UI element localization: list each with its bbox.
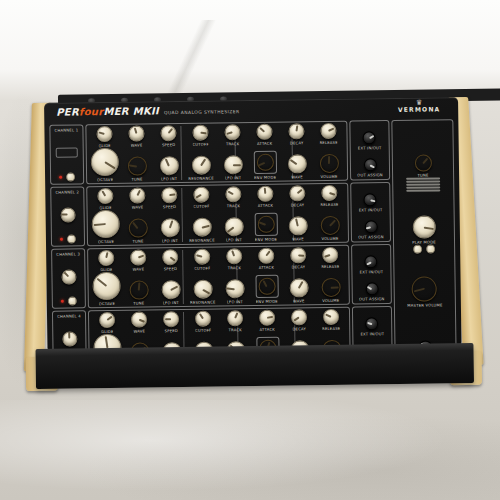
knob-cell: RESONANCE xyxy=(185,155,217,180)
knob-cell: DECAY xyxy=(283,309,315,331)
fabric-foreground xyxy=(0,400,500,500)
knob-pointer xyxy=(199,313,204,319)
knob-pointer xyxy=(202,224,210,228)
knob-lfo-int xyxy=(223,155,242,174)
front-panel: PERfourMER MKII QUAD ANALOG SYNTHESIZER … xyxy=(44,97,461,353)
channel-select-box: CHANNEL 3 xyxy=(51,248,86,308)
knob-pointer xyxy=(104,161,115,169)
knob-cell: ATTACK xyxy=(250,248,282,270)
knob-pointer xyxy=(62,213,68,215)
routing-box: EXT IN/OUTOUT ASSIGN xyxy=(349,120,390,181)
knob-cell: WAVE xyxy=(283,278,315,303)
knob-cell: CUTOFF xyxy=(185,186,217,208)
boxed-knob-frame xyxy=(254,213,277,236)
routing-knob xyxy=(364,193,377,206)
routing-knob xyxy=(365,282,378,295)
channel-mode-knob xyxy=(60,207,75,222)
panel-grid: TUNE PLAY MODEMASTER VOLUMEHEADPHONES CH… xyxy=(49,119,456,348)
knob-pointer xyxy=(267,316,274,319)
knob-pointer xyxy=(226,131,233,135)
routing-knob xyxy=(364,220,377,233)
knob-cell: RELEASE xyxy=(314,247,346,269)
knob-cell: TUNE xyxy=(123,280,155,305)
channel-button xyxy=(67,234,76,243)
boxed-knob-frame xyxy=(255,275,278,298)
knob-cell: OCTAVE xyxy=(90,210,122,244)
synthesizer-unit: PERfourMER MKII QUAD ANALOG SYNTHESIZER … xyxy=(22,85,482,397)
knob-cell: GLIDE xyxy=(91,312,123,334)
knob-pointer xyxy=(107,316,113,321)
knob-pointer xyxy=(370,164,375,168)
knob-glide xyxy=(99,312,115,328)
master-knob-master-volume xyxy=(412,276,437,301)
channel-led xyxy=(61,300,64,303)
knob-label: OCTAVE xyxy=(99,301,115,306)
knob-cell: VOLUME xyxy=(313,154,345,179)
knob-release xyxy=(320,123,336,139)
knob-cutoff xyxy=(195,311,211,327)
knob-cell: WAVE xyxy=(121,187,153,209)
knob-label: OUT ASSIGN xyxy=(358,234,384,239)
knob-pointer xyxy=(259,127,265,133)
knob-volume xyxy=(320,216,339,235)
knob-cell: CUTOFF xyxy=(187,310,219,332)
knob-cell: RELEASE xyxy=(313,185,345,207)
knob-pointer xyxy=(233,164,241,166)
knob-pointer xyxy=(263,280,268,287)
channel-led xyxy=(60,238,63,241)
knob-pointer xyxy=(227,287,235,290)
knob-cell: RELEASE xyxy=(315,309,347,331)
knob-volume xyxy=(319,154,338,173)
knob-pointer xyxy=(97,278,108,287)
knob-wave xyxy=(289,278,308,297)
knob-cell: TUNE xyxy=(121,156,153,181)
knob-label: OCTAVE xyxy=(98,239,114,244)
channel-label: CHANNEL 4 xyxy=(57,313,81,318)
knob-resonance xyxy=(192,218,211,237)
channel-led xyxy=(59,176,62,179)
knob-pointer xyxy=(298,281,304,289)
knob-pointer xyxy=(134,127,138,134)
knob-pointer xyxy=(422,158,428,165)
knob-pointer xyxy=(165,158,170,166)
knob-pointer xyxy=(331,286,339,288)
knob-label: ENV MODE xyxy=(256,299,278,304)
knob-tune xyxy=(129,280,148,299)
knob-pointer xyxy=(258,161,265,166)
knob-pointer xyxy=(170,256,176,261)
knob-cell: TRACK xyxy=(217,186,249,208)
knob-pointer xyxy=(202,288,210,294)
knob-lfo-int xyxy=(160,218,179,237)
knob-pointer xyxy=(98,131,105,135)
knob-lfo-int xyxy=(161,280,180,299)
knob-decay xyxy=(289,185,305,201)
knob-label: LFO INT xyxy=(163,300,179,305)
knob-row-bottom: OCTAVETUNELFO INTRESONANCELFO INTENV MOD… xyxy=(90,207,346,245)
knob-label: RESONANCE xyxy=(188,176,214,181)
knob-cell: RESONANCE xyxy=(186,217,218,242)
knob-label: LFO INT xyxy=(225,175,241,180)
knob-cell: EXT IN/OUT xyxy=(359,247,383,274)
knob-cell: OUT ASSIGN xyxy=(358,212,384,239)
knob-pointer xyxy=(290,159,298,165)
knob-cell: WAVE xyxy=(120,125,152,147)
channel-strip: GLIDEWAVESPEEDCUTOFFTRACKATTACKDECAYRELE… xyxy=(85,121,348,185)
boxed-knob-frame xyxy=(253,151,276,174)
channel-select-box: CHANNEL 2 xyxy=(50,186,85,246)
knob-pointer xyxy=(329,219,336,226)
knob-label: VOLUME xyxy=(322,298,339,303)
knob-attack xyxy=(258,248,274,264)
routing-knob xyxy=(365,255,378,268)
knob-pointer xyxy=(169,193,176,196)
model-subtitle: QUAD ANALOG SYNTHESIZER xyxy=(164,109,240,115)
channel-select-box: CHANNEL 1 xyxy=(49,124,84,184)
knob-glide xyxy=(96,126,112,142)
knob-label: ENV MODE xyxy=(254,175,276,180)
knob-cell: GLIDE xyxy=(88,126,120,148)
knob-pointer xyxy=(165,318,171,320)
channel-label: CHANNEL 1 xyxy=(55,127,79,132)
knob-octave xyxy=(92,210,120,238)
knob-pointer xyxy=(169,220,173,228)
knob-pointer xyxy=(129,164,137,167)
knob-row-bottom: OCTAVETUNELFO INTRESONANCELFO INTENV MOD… xyxy=(89,145,345,183)
knob-cell: ENV MODE xyxy=(249,151,281,180)
routing-box: EXT IN/OUTOUT ASSIGN xyxy=(351,244,392,305)
knob-cell: TUNE xyxy=(122,218,154,243)
knob-wave xyxy=(129,187,145,203)
knob-wave xyxy=(131,311,147,327)
knob-label: LFO INT xyxy=(227,299,243,304)
knob-cell: EXT IN/OUT xyxy=(357,123,381,150)
channel-mode-knob xyxy=(62,331,77,346)
knob-cell: EXT IN/OUT xyxy=(360,309,384,336)
channel-button xyxy=(68,296,77,305)
knob-pointer xyxy=(297,189,303,195)
knob-label: TUNE xyxy=(132,239,143,244)
knob-pointer xyxy=(132,221,138,228)
knob-label: LFO INT xyxy=(162,238,178,243)
knob-pointer xyxy=(264,187,267,194)
knob-label: TUNE xyxy=(133,301,144,306)
knob-pointer xyxy=(328,127,335,132)
title-accent: four xyxy=(79,106,104,117)
model-name: PERfourMER MKII QUAD ANALOG SYNTHESIZER xyxy=(56,104,239,118)
routing-knob xyxy=(366,317,379,330)
knob-track xyxy=(226,248,242,264)
channel-label: CHANNEL 2 xyxy=(55,189,79,194)
knob-cutoff xyxy=(194,249,210,265)
knob-cell: CUTOFF xyxy=(186,248,218,270)
knob-pointer xyxy=(234,312,238,319)
knob-pointer xyxy=(298,254,305,256)
knob-release xyxy=(322,247,338,263)
knob-pointer xyxy=(138,254,145,258)
knob-cell: WAVE xyxy=(281,154,313,179)
knob-pointer xyxy=(200,132,207,135)
knob-resonance xyxy=(193,280,212,299)
knob-release xyxy=(321,185,337,201)
knob-cell: LFO INT xyxy=(219,279,251,304)
knob-label: LFO INT xyxy=(226,237,242,242)
knob-pointer xyxy=(295,125,298,132)
knob-cell: RESONANCE xyxy=(187,279,219,304)
knob-label: LFO INT xyxy=(161,176,177,181)
knob-env-mode xyxy=(258,278,275,295)
master-knob-tune xyxy=(414,155,431,172)
knob-cell: OCTAVE xyxy=(89,148,121,182)
knob-cell: ENV MODE xyxy=(250,213,282,242)
knob-label: OUT ASSIGN xyxy=(357,172,383,177)
knob-release xyxy=(323,309,339,325)
knob-pointer xyxy=(324,254,331,258)
knob-pointer xyxy=(265,250,270,256)
master-knob-play-mode xyxy=(412,216,435,239)
knob-attack xyxy=(256,124,272,140)
knob-lfo-int xyxy=(224,217,243,236)
knob-cell: VOLUME xyxy=(315,278,347,303)
knob-pointer xyxy=(170,285,178,290)
knob-cell: TRACK xyxy=(218,248,250,270)
knob-pointer xyxy=(227,226,234,232)
knob-cell: WAVE xyxy=(123,311,155,333)
knob-cell: RELEASE xyxy=(312,123,344,145)
knob-track xyxy=(225,186,241,202)
knob-pointer xyxy=(200,158,206,166)
photo-scene: PERfourMER MKII QUAD ANALOG SYNTHESIZER … xyxy=(0,0,500,500)
knob-cell: GLIDE xyxy=(90,250,122,272)
knob-octave xyxy=(91,148,119,176)
knob-label: TUNE xyxy=(132,177,143,182)
knob-pointer xyxy=(325,313,332,317)
knob-cell: OUT ASSIGN xyxy=(357,150,383,177)
front-edge xyxy=(35,343,474,389)
knob-cell: TRACK xyxy=(219,310,251,332)
knob-cell: LFO INT xyxy=(218,217,250,242)
knob-cutoff xyxy=(193,187,209,203)
knob-cell: PLAY MODE xyxy=(411,191,435,245)
master-button xyxy=(426,245,435,254)
knob-cell: MASTER VOLUME xyxy=(407,254,443,308)
master-buttons xyxy=(413,245,435,254)
knob-volume xyxy=(321,278,340,297)
knob-cell: ATTACK xyxy=(249,186,281,208)
knob-pointer xyxy=(195,194,202,199)
knob-label: VOLUME xyxy=(321,236,338,241)
knob-cell: CUTOFF xyxy=(184,124,216,146)
knob-speed xyxy=(163,311,179,327)
knob-wave xyxy=(288,216,307,235)
knob-speed xyxy=(161,187,177,203)
channel-button xyxy=(66,172,75,181)
knob-pointer xyxy=(105,252,108,259)
knob-env-mode xyxy=(256,154,273,171)
channel-display-frame xyxy=(56,147,78,157)
knob-cell: OCTAVE xyxy=(90,272,122,306)
knob-tune xyxy=(128,218,147,237)
knob-pointer xyxy=(227,190,234,195)
knob-pointer xyxy=(64,272,70,278)
knob-pointer xyxy=(366,226,371,229)
knob-cell: LFO INT xyxy=(217,155,249,180)
knob-resonance xyxy=(191,156,210,175)
knob-wave xyxy=(128,125,144,141)
knob-pointer xyxy=(424,226,434,229)
knob-decay xyxy=(291,309,307,325)
brand-name: VERMONA xyxy=(388,106,450,113)
knob-wave xyxy=(130,249,146,265)
knob-pointer xyxy=(231,250,235,257)
knob-pointer xyxy=(168,128,174,134)
knob-label: RESONANCE xyxy=(189,238,215,243)
knob-row-bottom: OCTAVETUNELFO INTRESONANCELFO INTENV MOD… xyxy=(90,269,346,307)
channel-strip: GLIDEWAVESPEEDCUTOFFTRACKATTACKDECAYRELE… xyxy=(86,183,349,247)
knob-pointer xyxy=(139,319,146,323)
knob-attack xyxy=(259,310,275,326)
knob-lfo-int xyxy=(159,156,178,175)
knob-pointer xyxy=(328,156,330,164)
knob-octave xyxy=(92,272,120,300)
knob-cell: ENV MODE xyxy=(250,275,282,304)
knob-pointer xyxy=(367,321,372,324)
knob-decay xyxy=(290,247,306,263)
knob-glide xyxy=(98,250,114,266)
knob-env-mode xyxy=(257,216,274,233)
knob-attack xyxy=(257,186,273,202)
knob-cell: WAVE xyxy=(282,216,314,241)
knob-pointer xyxy=(414,288,425,293)
knob-lfo-int xyxy=(225,279,244,298)
knob-cell: TUNE xyxy=(414,124,432,178)
knob-wave xyxy=(287,154,306,173)
knob-cell: ATTACK xyxy=(251,310,283,332)
knob-pointer xyxy=(366,261,371,265)
knob-pointer xyxy=(68,333,70,339)
knob-pointer xyxy=(105,336,109,348)
knob-pointer xyxy=(196,254,203,257)
knob-pointer xyxy=(101,190,106,197)
knob-tune xyxy=(127,156,146,175)
routing-knob xyxy=(363,131,376,144)
knob-pointer xyxy=(370,199,375,202)
knob-pointer xyxy=(136,189,141,196)
knob-label: OUT ASSIGN xyxy=(359,296,385,301)
channel-label: CHANNEL 3 xyxy=(56,251,80,256)
knob-track xyxy=(227,310,243,326)
title-suffix: MER MKII xyxy=(103,105,159,117)
routing-knob xyxy=(363,158,376,171)
knob-label: OCTAVE xyxy=(97,177,113,182)
knob-cell: ATTACK xyxy=(248,124,280,146)
knob-cell: EXT IN/OUT xyxy=(358,185,382,212)
channel-strip: GLIDEWAVESPEEDCUTOFFTRACKATTACKDECAYRELE… xyxy=(87,245,350,309)
knob-pointer xyxy=(293,317,299,322)
knob-cell: WAVE xyxy=(122,249,154,271)
knob-cell: VOLUME xyxy=(314,216,346,241)
master-section: TUNE PLAY MODEMASTER VOLUMEHEADPHONES xyxy=(391,119,456,366)
knob-label: RESONANCE xyxy=(190,300,216,305)
knob-speed xyxy=(162,249,178,265)
knob-pointer xyxy=(259,221,266,225)
knob-track xyxy=(224,124,240,140)
knob-glide xyxy=(97,188,113,204)
knob-pointer xyxy=(369,134,374,138)
knob-pointer xyxy=(138,282,141,290)
knob-pointer xyxy=(329,192,336,196)
knob-pointer xyxy=(367,285,372,289)
knob-cell: DECAY xyxy=(282,247,314,269)
knob-cell: GLIDE xyxy=(89,188,121,210)
brand-logo: ♛ VERMONA xyxy=(388,99,450,113)
knob-pointer xyxy=(94,223,106,226)
knob-cutoff xyxy=(192,125,208,141)
master-button xyxy=(413,245,422,254)
routing-box: EXT IN/OUTOUT ASSIGN xyxy=(350,182,391,243)
knob-decay xyxy=(288,123,304,139)
knob-label: VOLUME xyxy=(321,174,338,179)
knob-label: ENV MODE xyxy=(255,237,277,242)
knob-cell: DECAY xyxy=(281,185,313,207)
title-prefix: PER xyxy=(56,106,79,117)
knob-speed xyxy=(160,125,176,141)
knob-cell: TRACK xyxy=(216,124,248,146)
knob-cell: DECAY xyxy=(280,123,312,145)
knob-pointer xyxy=(295,218,299,226)
instruction-text-block xyxy=(406,178,440,192)
knob-cell: OUT ASSIGN xyxy=(359,274,385,301)
channel-mode-knob xyxy=(61,269,76,284)
